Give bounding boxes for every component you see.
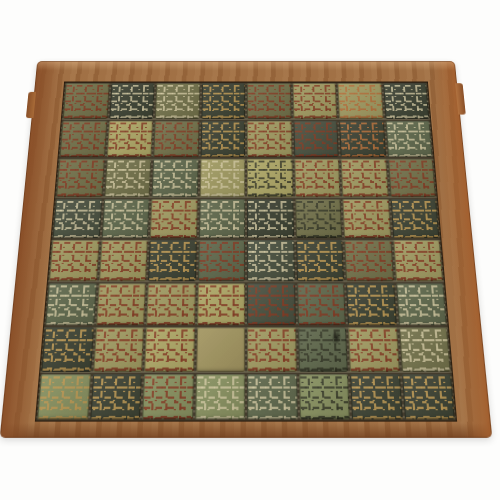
tile-h1	[402, 374, 455, 420]
tile-b7	[106, 120, 153, 157]
tile-board	[35, 82, 457, 422]
board-grid	[37, 83, 455, 419]
tile-h5	[390, 199, 439, 238]
tile-f4	[296, 240, 344, 281]
tile-d7	[200, 120, 245, 157]
tile-e2	[247, 327, 296, 371]
tile-b4	[99, 240, 148, 281]
tile-c8	[155, 83, 200, 118]
tile-e5	[247, 199, 294, 238]
tile-e8	[247, 83, 291, 118]
tile-b1	[90, 374, 142, 420]
tile-f2	[298, 327, 348, 371]
tile-c3	[146, 283, 195, 325]
tile-h6	[388, 159, 436, 197]
tile-h7	[385, 120, 432, 157]
tile-c5	[150, 199, 197, 238]
tile-d2	[196, 327, 245, 371]
tile-c6	[152, 159, 199, 197]
smudge-mark	[330, 329, 342, 347]
tile-g8	[337, 83, 383, 118]
tile-c7	[153, 120, 199, 157]
tile-a8	[63, 83, 109, 118]
tile-f7	[293, 120, 339, 157]
tile-e3	[247, 283, 295, 325]
tile-g7	[339, 120, 386, 157]
tile-f5	[295, 199, 342, 238]
tile-h8	[383, 83, 429, 118]
tile-g2	[348, 327, 399, 371]
tile-d1	[195, 374, 245, 420]
tile-c4	[148, 240, 196, 281]
chess-table	[0, 61, 492, 438]
tile-b5	[101, 199, 149, 238]
tile-a3	[45, 283, 96, 325]
tile-a5	[53, 199, 102, 238]
tile-f1	[299, 374, 350, 420]
tile-b3	[96, 283, 146, 325]
tile-g6	[341, 159, 388, 197]
tile-b6	[104, 159, 151, 197]
tile-g1	[350, 374, 402, 420]
tile-f3	[297, 283, 346, 325]
tile-e6	[247, 159, 293, 197]
tile-c2	[144, 327, 194, 371]
tile-b8	[109, 83, 155, 118]
tile-d4	[198, 240, 245, 281]
tile-d5	[198, 199, 245, 238]
tile-b2	[93, 327, 144, 371]
tile-e4	[247, 240, 294, 281]
tile-c1	[142, 374, 193, 420]
tile-g4	[344, 240, 393, 281]
tile-f6	[294, 159, 341, 197]
tile-e1	[247, 374, 297, 420]
tile-a6	[56, 159, 104, 197]
tile-d3	[197, 283, 245, 325]
tile-d6	[199, 159, 245, 197]
tile-a1	[37, 374, 90, 420]
tile-e7	[247, 120, 292, 157]
tile-a2	[41, 327, 93, 371]
tile-a7	[60, 120, 107, 157]
tile-g5	[342, 199, 390, 238]
tile-f8	[292, 83, 337, 118]
photo-background	[0, 0, 500, 500]
tile-h3	[396, 283, 447, 325]
tile-h2	[399, 327, 451, 371]
tile-a4	[49, 240, 99, 281]
tile-d8	[201, 83, 245, 118]
tile-h4	[393, 240, 443, 281]
tile-g3	[346, 283, 396, 325]
